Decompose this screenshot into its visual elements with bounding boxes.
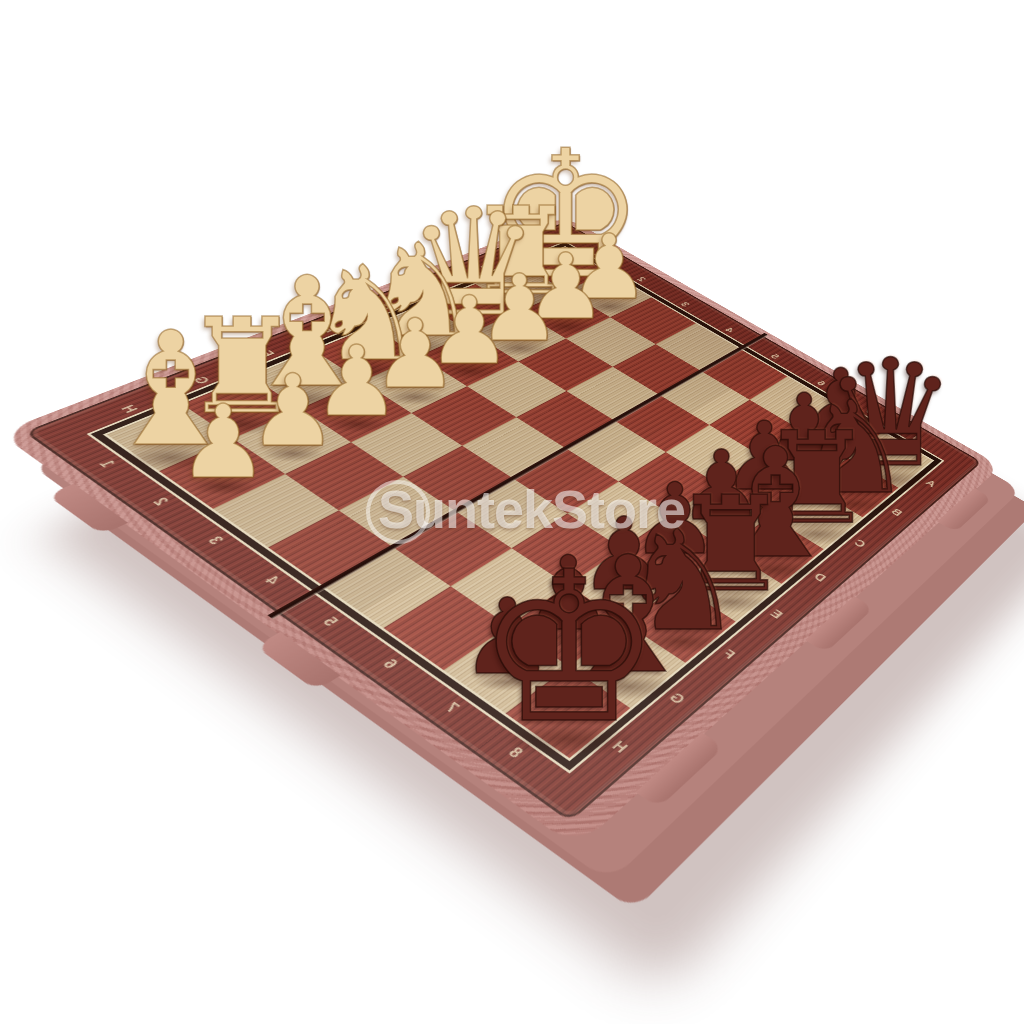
board-grid (107, 247, 932, 758)
product-photo-scene: ABCDEFGH ABCDEFGH 12345678 12345678 ♚♜♟♛… (0, 0, 1024, 1024)
playing-area (107, 247, 932, 758)
board-surface: ABCDEFGH ABCDEFGH 12345678 12345678 (24, 222, 982, 822)
chess-board: ABCDEFGH ABCDEFGH 12345678 12345678 (24, 222, 982, 822)
